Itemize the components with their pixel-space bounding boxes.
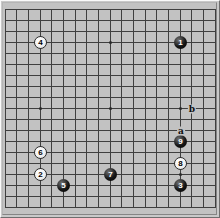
star-point — [109, 41, 112, 44]
goban[interactable]: 123456789ab — [0, 0, 220, 218]
grid-line-vertical — [133, 9, 134, 208]
grid-line-vertical — [215, 9, 216, 208]
grid-line-vertical — [168, 9, 169, 208]
grid-line-horizontal — [5, 207, 216, 208]
stone-black-3[interactable]: 3 — [174, 179, 187, 192]
stone-white-4[interactable]: 4 — [34, 36, 47, 49]
stone-black-5[interactable]: 5 — [57, 179, 70, 192]
star-point — [39, 107, 42, 110]
grid-line-vertical — [121, 9, 122, 208]
label-a[interactable]: a — [177, 127, 185, 136]
stone-white-6[interactable]: 6 — [34, 146, 47, 159]
star-point — [179, 107, 182, 110]
stone-black-9[interactable]: 9 — [174, 135, 187, 148]
stone-white-2[interactable]: 2 — [34, 168, 47, 181]
stone-white-8[interactable]: 8 — [174, 157, 187, 170]
stone-black-7[interactable]: 7 — [104, 168, 117, 181]
grid-line-horizontal — [5, 196, 216, 197]
grid-line-vertical — [145, 9, 146, 208]
stone-black-1[interactable]: 1 — [174, 36, 187, 49]
star-point — [179, 173, 182, 176]
star-point — [109, 107, 112, 110]
label-b[interactable]: b — [188, 105, 196, 114]
grid-line-horizontal — [5, 119, 216, 120]
grid-line-vertical — [156, 9, 157, 208]
grid-line-vertical — [203, 9, 204, 208]
